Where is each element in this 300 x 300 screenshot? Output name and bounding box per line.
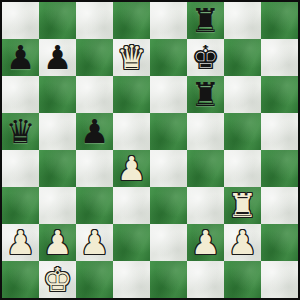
piece-black-queen: ♛: [2, 113, 39, 150]
square-f6[interactable]: ♜: [187, 76, 224, 113]
square-c2[interactable]: ♟: [76, 224, 113, 261]
piece-white-pawn: ♟: [39, 224, 76, 261]
square-a7[interactable]: ♟: [2, 39, 39, 76]
piece-black-rook: ♜: [187, 76, 224, 113]
square-a6[interactable]: [2, 76, 39, 113]
square-b1[interactable]: ♚: [39, 261, 76, 298]
square-f1[interactable]: [187, 261, 224, 298]
chess-board: ♜♟♟♛♚♜♛♟♟♜♟♟♟♟♟♚: [0, 0, 300, 300]
square-f4[interactable]: [187, 150, 224, 187]
square-e1[interactable]: [150, 261, 187, 298]
square-g1[interactable]: [224, 261, 261, 298]
square-f2[interactable]: ♟: [187, 224, 224, 261]
square-a5[interactable]: ♛: [2, 113, 39, 150]
square-h2[interactable]: [261, 224, 298, 261]
piece-black-pawn: ♟: [39, 39, 76, 76]
square-a1[interactable]: [2, 261, 39, 298]
square-g4[interactable]: [224, 150, 261, 187]
piece-white-queen: ♛: [113, 39, 150, 76]
square-c1[interactable]: [76, 261, 113, 298]
square-d8[interactable]: [113, 2, 150, 39]
square-e3[interactable]: [150, 187, 187, 224]
square-g3[interactable]: ♜: [224, 187, 261, 224]
square-e7[interactable]: [150, 39, 187, 76]
square-d3[interactable]: [113, 187, 150, 224]
chess-board-grid: ♜♟♟♛♚♜♛♟♟♜♟♟♟♟♟♚: [2, 2, 298, 298]
square-d4[interactable]: ♟: [113, 150, 150, 187]
piece-black-pawn: ♟: [76, 113, 113, 150]
square-b6[interactable]: [39, 76, 76, 113]
square-b4[interactable]: [39, 150, 76, 187]
square-h6[interactable]: [261, 76, 298, 113]
square-f3[interactable]: [187, 187, 224, 224]
square-g2[interactable]: ♟: [224, 224, 261, 261]
piece-white-pawn: ♟: [76, 224, 113, 261]
piece-white-king: ♚: [39, 261, 76, 298]
square-f5[interactable]: [187, 113, 224, 150]
piece-black-rook: ♜: [187, 2, 224, 39]
square-g5[interactable]: [224, 113, 261, 150]
square-e8[interactable]: [150, 2, 187, 39]
square-h5[interactable]: [261, 113, 298, 150]
square-h1[interactable]: [261, 261, 298, 298]
square-h8[interactable]: [261, 2, 298, 39]
square-h3[interactable]: [261, 187, 298, 224]
square-f7[interactable]: ♚: [187, 39, 224, 76]
square-g6[interactable]: [224, 76, 261, 113]
square-b3[interactable]: [39, 187, 76, 224]
square-b8[interactable]: [39, 2, 76, 39]
square-d5[interactable]: [113, 113, 150, 150]
square-d1[interactable]: [113, 261, 150, 298]
piece-white-pawn: ♟: [224, 224, 261, 261]
square-b5[interactable]: [39, 113, 76, 150]
square-e5[interactable]: [150, 113, 187, 150]
square-d6[interactable]: [113, 76, 150, 113]
square-c4[interactable]: [76, 150, 113, 187]
square-e6[interactable]: [150, 76, 187, 113]
square-e4[interactable]: [150, 150, 187, 187]
square-a4[interactable]: [2, 150, 39, 187]
square-g7[interactable]: [224, 39, 261, 76]
piece-white-rook: ♜: [224, 187, 261, 224]
piece-white-pawn: ♟: [113, 150, 150, 187]
square-c7[interactable]: [76, 39, 113, 76]
square-c3[interactable]: [76, 187, 113, 224]
square-b2[interactable]: ♟: [39, 224, 76, 261]
piece-white-pawn: ♟: [2, 224, 39, 261]
square-h7[interactable]: [261, 39, 298, 76]
piece-black-king: ♚: [187, 39, 224, 76]
square-a8[interactable]: [2, 2, 39, 39]
square-f8[interactable]: ♜: [187, 2, 224, 39]
square-h4[interactable]: [261, 150, 298, 187]
square-c6[interactable]: [76, 76, 113, 113]
square-a2[interactable]: ♟: [2, 224, 39, 261]
square-d7[interactable]: ♛: [113, 39, 150, 76]
square-d2[interactable]: [113, 224, 150, 261]
square-b7[interactable]: ♟: [39, 39, 76, 76]
square-c5[interactable]: ♟: [76, 113, 113, 150]
piece-black-pawn: ♟: [2, 39, 39, 76]
piece-white-pawn: ♟: [187, 224, 224, 261]
square-a3[interactable]: [2, 187, 39, 224]
square-e2[interactable]: [150, 224, 187, 261]
square-c8[interactable]: [76, 2, 113, 39]
square-g8[interactable]: [224, 2, 261, 39]
